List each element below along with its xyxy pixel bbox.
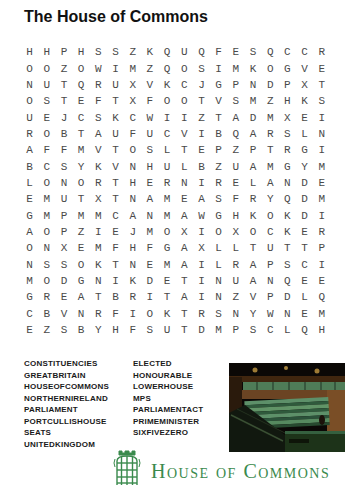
grid-cell: B xyxy=(73,322,90,338)
grid-cell: L xyxy=(210,240,227,256)
grid-cell: K xyxy=(296,93,313,109)
grid-cell: B xyxy=(193,158,210,174)
grid-cell: X xyxy=(227,224,244,240)
grid-cell: I xyxy=(90,224,107,240)
grid-cell: M xyxy=(124,60,141,76)
grid-cell: I xyxy=(313,207,330,223)
grid-cell: M xyxy=(313,306,330,322)
grid-cell: F xyxy=(124,322,141,338)
grid-cell: H xyxy=(141,158,158,174)
grid-cell: K xyxy=(244,207,261,223)
grid-cell: P xyxy=(244,142,261,158)
grid-cell: M xyxy=(73,142,90,158)
grid-cell: R xyxy=(262,126,279,142)
grid-cell: K xyxy=(279,207,296,223)
grid-cell: A xyxy=(244,126,261,142)
grid-cell: E xyxy=(227,175,244,191)
word-list-item: GREATBRITAIN xyxy=(24,370,109,382)
grid-cell: Y xyxy=(296,158,313,174)
grid-cell: X xyxy=(279,109,296,125)
word-list-item: SIXFIVEZERO xyxy=(133,427,203,439)
grid-cell: P xyxy=(262,256,279,272)
grid-cell: C xyxy=(296,256,313,272)
grid-cell: D xyxy=(55,273,72,289)
grid-cell: S xyxy=(193,60,210,76)
grid-cell: O xyxy=(38,224,55,240)
grid-cell: Z xyxy=(38,322,55,338)
grid-cell: S xyxy=(55,322,72,338)
grid-cell: C xyxy=(107,207,124,223)
grid-cell: O xyxy=(262,60,279,76)
word-list-col2: ELECTEDHONOURABLELOWERHOUSEMPSPARLIAMENT… xyxy=(133,358,203,439)
grid-cell: P xyxy=(210,142,227,158)
grid-cell: T xyxy=(313,77,330,93)
grid-cell: T xyxy=(73,191,90,207)
grid-cell: X xyxy=(90,191,107,207)
grid-cell: L xyxy=(159,142,176,158)
grid-cell: G xyxy=(279,158,296,174)
grid-cell: S xyxy=(210,191,227,207)
grid-cell: O xyxy=(262,207,279,223)
grid-cell: Z xyxy=(227,142,244,158)
grid-cell: N xyxy=(279,175,296,191)
grid-cell: A xyxy=(244,158,261,174)
word-list-item: HOUSEOFCOMMONS xyxy=(24,381,109,393)
grid-cell: N xyxy=(244,77,261,93)
word-list-item: ELECTED xyxy=(133,358,203,370)
grid-cell: W xyxy=(141,109,158,125)
grid-cell: X xyxy=(296,77,313,93)
grid-cell: E xyxy=(193,142,210,158)
grid-cell: D xyxy=(244,109,261,125)
grid-cell: N xyxy=(210,273,227,289)
grid-cell: N xyxy=(176,175,193,191)
grid-cell: M xyxy=(159,256,176,272)
grid-cell: S xyxy=(141,322,158,338)
grid-cell: M xyxy=(38,207,55,223)
grid-cell: O xyxy=(73,60,90,76)
grid-cell: U xyxy=(159,322,176,338)
grid-cell: R xyxy=(313,44,330,60)
word-list-item: PARLIAMENT xyxy=(24,404,109,416)
grid-cell: S xyxy=(313,93,330,109)
grid-cell: P xyxy=(55,207,72,223)
grid-cell: I xyxy=(193,289,210,305)
grid-cell: Z xyxy=(141,60,158,76)
grid-cell: R xyxy=(313,224,330,240)
grid-cell: Y xyxy=(90,322,107,338)
grid-cell: H xyxy=(73,44,90,60)
grid-cell: T xyxy=(262,142,279,158)
grid-cell: I xyxy=(193,273,210,289)
word-list-item: HONOURABLE xyxy=(133,370,203,382)
grid-cell: P xyxy=(227,322,244,338)
grid-cell: C xyxy=(159,126,176,142)
grid-cell: V xyxy=(55,306,72,322)
grid-cell: S xyxy=(38,256,55,272)
grid-cell: P xyxy=(313,240,330,256)
grid-cell: X xyxy=(176,224,193,240)
grid-cell: Q xyxy=(279,191,296,207)
grid-cell: Z xyxy=(227,289,244,305)
grid-cell: R xyxy=(90,306,107,322)
grid-cell: A xyxy=(176,256,193,272)
grid-cell: R xyxy=(227,256,244,272)
grid-cell: R xyxy=(124,289,141,305)
grid-cell: T xyxy=(107,256,124,272)
grid-cell: E xyxy=(141,256,158,272)
grid-cell: G xyxy=(21,289,38,305)
grid-cell: T xyxy=(73,126,90,142)
grid-cell: Z xyxy=(262,93,279,109)
grid-cell: L xyxy=(176,158,193,174)
grid-cell: U xyxy=(262,240,279,256)
grid-cell: E xyxy=(296,273,313,289)
grid-cell: V xyxy=(176,126,193,142)
grid-cell: S xyxy=(90,44,107,60)
grid-cell: L xyxy=(210,256,227,272)
grid-cell: O xyxy=(21,240,38,256)
house-of-commons-logo: House of Commons xyxy=(112,447,330,487)
word-search-grid: HHPHSSZKQUQFESQCCROOZOWIMZQOSIMKOGVENUTQ… xyxy=(21,44,330,338)
grid-cell: S xyxy=(141,142,158,158)
grid-cell: A xyxy=(124,207,141,223)
grid-cell: O xyxy=(38,60,55,76)
grid-cell: C xyxy=(73,109,90,125)
grid-cell: J xyxy=(124,224,141,240)
grid-cell: S xyxy=(55,256,72,272)
grid-cell: U xyxy=(159,158,176,174)
grid-cell: E xyxy=(227,44,244,60)
word-list-item: SEATS xyxy=(24,427,109,439)
grid-cell: T xyxy=(176,142,193,158)
grid-cell: F xyxy=(38,142,55,158)
grid-cell: D xyxy=(262,77,279,93)
grid-cell: N xyxy=(279,306,296,322)
grid-cell: B xyxy=(21,158,38,174)
grid-cell: I xyxy=(193,224,210,240)
grid-cell: E xyxy=(313,273,330,289)
grid-cell: F xyxy=(141,93,158,109)
grid-cell: S xyxy=(210,306,227,322)
grid-cell: F xyxy=(107,306,124,322)
word-list-col1: CONSTITUENCIESGREATBRITAINHOUSEOFCOMMONS… xyxy=(24,358,109,450)
grid-cell: O xyxy=(38,126,55,142)
grid-cell: N xyxy=(210,289,227,305)
grid-cell: X xyxy=(55,240,72,256)
grid-cell: C xyxy=(38,158,55,174)
grid-cell: N xyxy=(124,256,141,272)
grid-cell: N xyxy=(124,191,141,207)
grid-cell: R xyxy=(159,175,176,191)
grid-cell: H xyxy=(38,44,55,60)
page-title: The House of Commons xyxy=(24,8,208,26)
grid-cell: M xyxy=(313,158,330,174)
grid-cell: F xyxy=(90,93,107,109)
grid-cell: R xyxy=(193,306,210,322)
grid-cell: C xyxy=(296,44,313,60)
grid-cell: M xyxy=(21,273,38,289)
grid-cell: T xyxy=(107,93,124,109)
grid-cell: I xyxy=(313,142,330,158)
grid-cell: E xyxy=(141,175,158,191)
grid-cell: T xyxy=(176,273,193,289)
grid-cell: D xyxy=(296,191,313,207)
grid-cell: N xyxy=(73,306,90,322)
grid-cell: I xyxy=(193,175,210,191)
grid-cell: Q xyxy=(193,44,210,60)
grid-cell: X xyxy=(193,240,210,256)
grid-cell: B xyxy=(38,306,55,322)
grid-cell: F xyxy=(107,240,124,256)
grid-cell: C xyxy=(21,306,38,322)
grid-cell: N xyxy=(21,77,38,93)
grid-cell: T xyxy=(176,306,193,322)
grid-cell: S xyxy=(244,322,261,338)
grid-cell: Q xyxy=(159,44,176,60)
grid-cell: E xyxy=(296,224,313,240)
grid-cell: T xyxy=(176,322,193,338)
grid-cell: W xyxy=(262,306,279,322)
grid-cell: D xyxy=(296,175,313,191)
grid-cell: S xyxy=(279,126,296,142)
grid-cell: P xyxy=(279,77,296,93)
grid-cell: I xyxy=(124,306,141,322)
grid-cell: A xyxy=(227,109,244,125)
grid-cell: K xyxy=(107,109,124,125)
grid-cell: M xyxy=(227,60,244,76)
grid-cell: T xyxy=(90,289,107,305)
grid-cell: W xyxy=(90,60,107,76)
grid-cell: J xyxy=(193,77,210,93)
grid-cell: K xyxy=(159,77,176,93)
grid-cell: B xyxy=(107,289,124,305)
word-list-item: PARLIAMENTACT xyxy=(133,404,203,416)
grid-cell: H xyxy=(313,322,330,338)
grid-cell: S xyxy=(244,44,261,60)
grid-cell: M xyxy=(262,109,279,125)
grid-cell: D xyxy=(296,207,313,223)
grid-cell: Q xyxy=(73,77,90,93)
grid-cell: N xyxy=(55,175,72,191)
grid-cell: C xyxy=(262,322,279,338)
grid-cell: Z xyxy=(124,44,141,60)
grid-cell: K xyxy=(159,306,176,322)
grid-cell: M xyxy=(210,322,227,338)
grid-cell: N xyxy=(90,273,107,289)
grid-cell: U xyxy=(21,109,38,125)
grid-cell: O xyxy=(21,60,38,76)
grid-cell: I xyxy=(107,273,124,289)
grid-cell: O xyxy=(73,175,90,191)
grid-cell: P xyxy=(227,77,244,93)
grid-cell: H xyxy=(107,322,124,338)
grid-cell: M xyxy=(73,207,90,223)
commons-chamber-photo xyxy=(229,363,345,452)
grid-cell: D xyxy=(279,289,296,305)
grid-cell: C xyxy=(124,109,141,125)
grid-cell: U xyxy=(141,126,158,142)
grid-cell: G xyxy=(210,77,227,93)
grid-cell: E xyxy=(38,109,55,125)
grid-cell: C xyxy=(279,44,296,60)
chamber-photo-graphic xyxy=(229,363,345,452)
grid-cell: N xyxy=(124,158,141,174)
grid-cell: A xyxy=(244,273,261,289)
grid-cell: T xyxy=(210,109,227,125)
grid-cell: O xyxy=(21,93,38,109)
grid-cell: B xyxy=(210,126,227,142)
grid-cell: F xyxy=(210,44,227,60)
grid-cell: T xyxy=(159,289,176,305)
grid-cell: Q xyxy=(262,44,279,60)
grid-cell: S xyxy=(38,93,55,109)
grid-cell: T xyxy=(55,93,72,109)
grid-cell: I xyxy=(193,126,210,142)
grid-cell: V xyxy=(296,60,313,76)
grid-cell: R xyxy=(38,289,55,305)
grid-cell: E xyxy=(159,273,176,289)
grid-cell: A xyxy=(21,224,38,240)
grid-cell: O xyxy=(73,256,90,272)
grid-cell: G xyxy=(21,207,38,223)
grid-cell: J xyxy=(55,109,72,125)
grid-cell: O xyxy=(176,60,193,76)
grid-cell: T xyxy=(193,93,210,109)
grid-cell: H xyxy=(21,44,38,60)
word-list-item: UNITEDKINGDOM xyxy=(24,439,109,451)
grid-cell: R xyxy=(279,142,296,158)
grid-cell: X xyxy=(124,77,141,93)
grid-cell: E xyxy=(313,175,330,191)
grid-cell: P xyxy=(55,44,72,60)
grid-cell: N xyxy=(141,207,158,223)
grid-cell: H xyxy=(124,175,141,191)
grid-cell: K xyxy=(244,60,261,76)
grid-cell: Z xyxy=(210,158,227,174)
grid-cell: Q xyxy=(159,60,176,76)
grid-cell: F xyxy=(227,191,244,207)
grid-cell: E xyxy=(296,109,313,125)
word-list-item: CONSTITUENCIES xyxy=(24,358,109,370)
grid-cell: E xyxy=(176,191,193,207)
grid-cell: C xyxy=(262,224,279,240)
grid-cell: M xyxy=(159,191,176,207)
grid-cell: I xyxy=(107,60,124,76)
grid-cell: F xyxy=(55,142,72,158)
grid-cell: I xyxy=(210,60,227,76)
grid-cell: E xyxy=(313,60,330,76)
grid-cell: U xyxy=(176,44,193,60)
grid-cell: R xyxy=(210,175,227,191)
grid-cell: L xyxy=(21,175,38,191)
grid-cell: E xyxy=(21,191,38,207)
grid-cell: U xyxy=(38,77,55,93)
grid-cell: U xyxy=(227,158,244,174)
grid-cell: N xyxy=(227,306,244,322)
grid-cell: K xyxy=(90,256,107,272)
grid-cell: D xyxy=(193,322,210,338)
grid-cell: A xyxy=(176,240,193,256)
word-list-item: NORTHERNIRELAND xyxy=(24,393,109,405)
grid-cell: T xyxy=(107,142,124,158)
grid-cell: K xyxy=(141,44,158,60)
grid-cell: V xyxy=(141,77,158,93)
grid-cell: F xyxy=(124,126,141,142)
grid-cell: Y xyxy=(244,306,261,322)
grid-cell: I xyxy=(313,109,330,125)
grid-cell: V xyxy=(90,142,107,158)
grid-cell: K xyxy=(279,224,296,240)
grid-cell: T xyxy=(296,240,313,256)
word-list-item: MPS xyxy=(133,393,203,405)
grid-cell: S xyxy=(90,109,107,125)
grid-cell: V xyxy=(107,158,124,174)
grid-cell: M xyxy=(90,240,107,256)
grid-cell: R xyxy=(90,77,107,93)
grid-cell: K xyxy=(124,273,141,289)
grid-cell: D xyxy=(141,273,158,289)
grid-cell: E xyxy=(73,240,90,256)
grid-cell: Q xyxy=(279,273,296,289)
grid-cell: G xyxy=(159,240,176,256)
grid-cell: H xyxy=(227,207,244,223)
grid-cell: V xyxy=(210,93,227,109)
grid-cell: E xyxy=(55,289,72,305)
grid-cell: S xyxy=(55,158,72,174)
grid-cell: A xyxy=(21,142,38,158)
grid-cell: T xyxy=(55,77,72,93)
grid-cell: O xyxy=(210,224,227,240)
grid-cell: G xyxy=(279,60,296,76)
grid-cell: O xyxy=(38,273,55,289)
grid-cell: Q xyxy=(313,289,330,305)
word-list-item: PORTCULLISHOUSE xyxy=(24,416,109,428)
portcullis-icon xyxy=(112,447,142,487)
grid-cell: L xyxy=(279,322,296,338)
grid-cell: M xyxy=(262,158,279,174)
grid-cell: R xyxy=(21,126,38,142)
grid-cell: B xyxy=(55,126,72,142)
word-list-item: LOWERHOUSE xyxy=(133,381,203,393)
grid-cell: S xyxy=(279,256,296,272)
grid-cell: M xyxy=(313,191,330,207)
grid-cell: E xyxy=(73,93,90,109)
grid-cell: I xyxy=(159,109,176,125)
grid-cell: V xyxy=(244,289,261,305)
grid-cell: W xyxy=(193,207,210,223)
grid-cell: G xyxy=(210,207,227,223)
grid-cell: L xyxy=(244,175,261,191)
grid-cell: T xyxy=(244,240,261,256)
grid-cell: E xyxy=(296,306,313,322)
grid-cell: P xyxy=(262,289,279,305)
grid-cell: T xyxy=(107,191,124,207)
grid-cell: Z xyxy=(193,109,210,125)
grid-cell: Q xyxy=(296,322,313,338)
grid-cell: N xyxy=(262,273,279,289)
grid-cell: U xyxy=(107,77,124,93)
grid-cell: A xyxy=(244,256,261,272)
grid-cell: Z xyxy=(55,60,72,76)
grid-cell: N xyxy=(313,126,330,142)
grid-cell: O xyxy=(141,306,158,322)
grid-cell: O xyxy=(176,93,193,109)
grid-cell: O xyxy=(159,224,176,240)
grid-cell: I xyxy=(141,289,158,305)
grid-cell: R xyxy=(90,175,107,191)
grid-cell: U xyxy=(227,273,244,289)
